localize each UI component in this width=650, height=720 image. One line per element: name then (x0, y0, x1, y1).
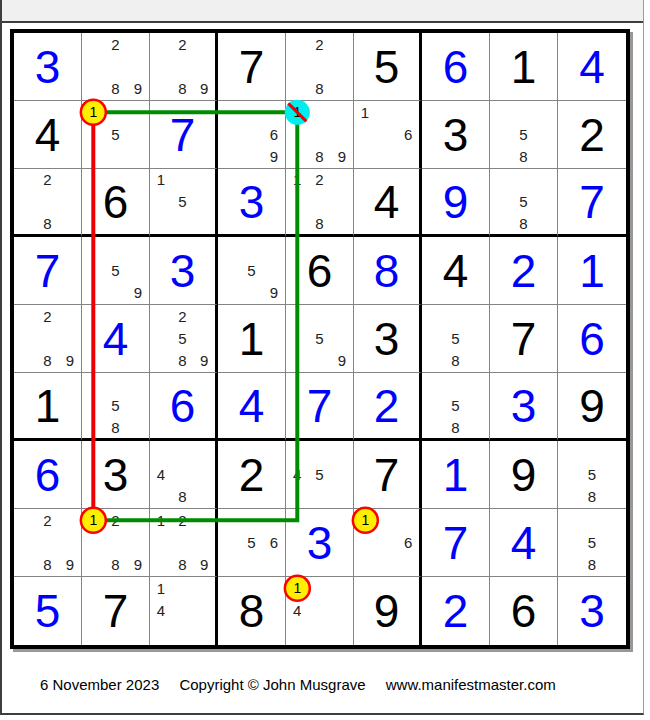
pencil-marks: 14 (286, 577, 353, 645)
footer-copyright: Copyright © John Musgrave (179, 676, 365, 693)
candidate-8: 8 (36, 554, 58, 576)
pencil-marks: 1289 (82, 509, 149, 576)
pencil-marks: 289 (14, 305, 81, 372)
cell-r5c6[interactable]: 3 (354, 305, 422, 373)
cell-r5c7[interactable]: 58 (422, 305, 490, 373)
cell-r9c9[interactable]: 3 (558, 577, 626, 645)
candidate-1: 1 (286, 577, 308, 600)
pencil-marks: 58 (558, 509, 626, 576)
cell-r2c6[interactable]: 16 (354, 101, 422, 169)
candidate-8: 8 (172, 350, 194, 372)
candidate-6: 6 (397, 123, 419, 145)
solved-digit: 9 (443, 179, 469, 225)
cell-r6c9[interactable]: 9 (558, 373, 626, 441)
cell-r2c1[interactable]: 4 (14, 101, 82, 169)
solved-digit: 8 (374, 248, 400, 294)
candidate-4: 4 (286, 600, 308, 623)
pencil-marks: 1289 (150, 509, 215, 576)
candidate-5: 5 (240, 259, 262, 281)
cell-r7c3[interactable]: 48 (150, 441, 218, 509)
candidate-1: 1 (82, 509, 104, 531)
candidate-5: 5 (444, 327, 466, 349)
candidate-6: 6 (263, 531, 285, 553)
candidate-8: 8 (308, 212, 330, 234)
cell-r8c4[interactable]: 56 (218, 509, 286, 577)
cell-r4c4[interactable]: 59 (218, 237, 286, 305)
candidate-4: 4 (286, 463, 308, 485)
pencil-marks: 58 (558, 441, 626, 508)
candidate-6: 6 (263, 123, 285, 145)
candidate-8: 8 (172, 486, 194, 508)
candidate-9: 9 (59, 554, 81, 576)
solved-digit: 3 (170, 248, 196, 294)
pencil-marks: 56 (218, 509, 285, 576)
solved-digit: 3 (35, 44, 61, 90)
solved-digit: 6 (35, 452, 61, 498)
candidate-2: 2 (308, 33, 330, 55)
cell-r3c3[interactable]: 15 (150, 169, 218, 237)
cell-r6c8[interactable]: 3 (490, 373, 558, 441)
given-digit: 6 (511, 588, 537, 634)
candidate-5: 5 (512, 123, 534, 145)
cell-r6c2[interactable]: 58 (82, 373, 150, 441)
pencil-marks: 289 (14, 509, 81, 576)
cell-r3c8[interactable]: 58 (490, 169, 558, 237)
cell-r8c2[interactable]: 1289 (82, 509, 150, 577)
candidate-2: 2 (36, 305, 58, 327)
candidate-5: 5 (581, 463, 604, 485)
given-digit: 9 (511, 452, 537, 498)
cell-r8c5[interactable]: 3 (286, 509, 354, 577)
solved-digit: 7 (579, 179, 605, 225)
solved-digit: 4 (511, 520, 537, 566)
cell-r1c1[interactable]: 3 (14, 33, 82, 101)
candidate-2: 2 (172, 33, 194, 55)
cell-r7c6[interactable]: 7 (354, 441, 422, 509)
given-digit: 1 (35, 383, 61, 429)
cell-r7c1[interactable]: 6 (14, 441, 82, 509)
given-digit: 7 (511, 316, 537, 362)
solved-digit: 1 (443, 452, 469, 498)
pencil-marks: 45 (286, 441, 353, 508)
cell-r5c8[interactable]: 7 (490, 305, 558, 373)
given-digit: 2 (579, 112, 605, 158)
solved-digit: 3 (239, 179, 265, 225)
pencil-marks: 59 (218, 237, 285, 304)
given-digit: 8 (239, 588, 265, 634)
candidate-4: 4 (150, 600, 172, 623)
candidate-5: 5 (172, 191, 194, 213)
candidate-5: 5 (104, 395, 126, 417)
cell-r1c4[interactable]: 7 (218, 33, 286, 101)
candidate-1: 1 (150, 509, 172, 531)
cell-r4c3[interactable]: 3 (150, 237, 218, 305)
cell-r8c3[interactable]: 1289 (150, 509, 218, 577)
cell-r3c1[interactable]: 28 (14, 169, 82, 237)
candidate-2: 2 (36, 169, 58, 191)
candidate-5: 5 (308, 463, 330, 485)
candidate-1: 1 (150, 169, 172, 191)
solved-digit: 2 (443, 588, 469, 634)
cell-r6c3[interactable]: 6 (150, 373, 218, 441)
candidate-1: 1 (286, 101, 308, 123)
solved-digit: 3 (511, 383, 537, 429)
candidate-9: 9 (127, 554, 149, 576)
given-digit: 6 (103, 179, 129, 225)
candidate-9: 9 (193, 554, 215, 576)
given-digit: 9 (579, 383, 605, 429)
footer-date: 6 November 2023 (40, 676, 159, 693)
candidate-8: 8 (36, 212, 58, 234)
cell-r5c9[interactable]: 6 (558, 305, 626, 373)
solved-digit: 5 (35, 588, 61, 634)
pencil-marks: 2589 (150, 305, 215, 372)
given-digit: 9 (374, 588, 400, 634)
candidate-2: 2 (36, 509, 58, 531)
cell-r3c4[interactable]: 3 (218, 169, 286, 237)
cell-r6c4[interactable]: 4 (218, 373, 286, 441)
candidate-2: 2 (104, 509, 126, 531)
candidate-9: 9 (331, 146, 353, 168)
candidate-2: 2 (172, 509, 194, 531)
given-digit: 5 (374, 44, 400, 90)
candidate-5: 5 (240, 531, 262, 553)
cell-r7c5[interactable]: 45 (286, 441, 354, 509)
cell-r3c9[interactable]: 7 (558, 169, 626, 237)
cell-r4c7[interactable]: 4 (422, 237, 490, 305)
solved-digit: 4 (103, 316, 129, 362)
pencil-marks: 28 (14, 169, 81, 234)
cell-r9c3[interactable]: 14 (150, 577, 218, 645)
cell-r8c9[interactable]: 58 (558, 509, 626, 577)
candidate-9: 9 (59, 350, 81, 372)
pencil-marks: 69 (218, 101, 285, 168)
cell-r3c6[interactable]: 4 (354, 169, 422, 237)
cell-r4c1[interactable]: 7 (14, 237, 82, 305)
candidate-2: 2 (104, 33, 126, 55)
given-digit: 2 (239, 452, 265, 498)
candidate-8: 8 (172, 554, 194, 576)
given-digit: 4 (374, 179, 400, 225)
pencil-marks: 58 (490, 101, 557, 168)
pencil-marks: 15 (82, 101, 149, 168)
solved-digit: 2 (511, 248, 537, 294)
pencil-marks: 16 (354, 509, 419, 576)
candidate-1: 1 (354, 509, 376, 531)
candidate-9: 9 (263, 282, 285, 304)
cell-r2c9[interactable]: 2 (558, 101, 626, 169)
pencil-marks: 58 (422, 373, 489, 438)
pencil-marks: 289 (82, 33, 149, 100)
cell-r2c4[interactable]: 69 (218, 101, 286, 169)
cell-r4c6[interactable]: 8 (354, 237, 422, 305)
pencil-marks: 58 (82, 373, 149, 438)
solved-digit: 4 (239, 383, 265, 429)
pencil-marks: 48 (150, 441, 215, 508)
given-digit: 1 (239, 316, 265, 362)
cell-r9c6[interactable]: 9 (354, 577, 422, 645)
pencil-marks: 59 (286, 305, 353, 372)
pencil-marks: 128 (286, 169, 353, 234)
given-digit: 3 (374, 316, 400, 362)
cell-r2c3[interactable]: 7 (150, 101, 218, 169)
pencil-marks: 28 (286, 33, 353, 100)
cell-r1c2[interactable]: 289 (82, 33, 150, 101)
cell-r9c8[interactable]: 6 (490, 577, 558, 645)
given-digit: 7 (239, 44, 265, 90)
cell-r7c4[interactable]: 2 (218, 441, 286, 509)
candidate-8: 8 (444, 350, 466, 372)
solved-digit: 7 (307, 383, 333, 429)
pencil-marks: 189 (286, 101, 353, 168)
candidate-8: 8 (512, 212, 534, 234)
candidate-9: 9 (127, 78, 149, 100)
cell-r5c4[interactable]: 1 (218, 305, 286, 373)
pencil-marks: 289 (150, 33, 215, 100)
cell-r3c5[interactable]: 128 (286, 169, 354, 237)
pencil-marks: 58 (490, 169, 557, 234)
footer-website: www.manifestmaster.com (386, 676, 556, 693)
candidate-8: 8 (104, 416, 126, 438)
cell-r5c2[interactable]: 4 (82, 305, 150, 373)
candidate-5: 5 (308, 327, 330, 349)
sudoku-board: 3289289728561441576918916358228615312849… (10, 29, 630, 649)
given-digit: 6 (307, 248, 333, 294)
given-digit: 4 (443, 248, 469, 294)
given-digit: 3 (443, 112, 469, 158)
cell-r9c4[interactable]: 8 (218, 577, 286, 645)
candidate-9: 9 (331, 350, 353, 372)
cell-r8c1[interactable]: 289 (14, 509, 82, 577)
candidate-8: 8 (308, 78, 330, 100)
candidate-5: 5 (512, 191, 534, 213)
cell-r4c8[interactable]: 2 (490, 237, 558, 305)
candidate-1: 1 (82, 101, 104, 123)
cell-r9c1[interactable]: 5 (14, 577, 82, 645)
candidate-1: 1 (286, 169, 308, 191)
candidate-2: 2 (308, 169, 330, 191)
candidate-5: 5 (104, 123, 126, 145)
cell-r1c8[interactable]: 1 (490, 33, 558, 101)
candidate-8: 8 (444, 416, 466, 438)
cell-r1c7[interactable]: 6 (422, 33, 490, 101)
cell-r5c1[interactable]: 289 (14, 305, 82, 373)
pencil-marks: 16 (354, 101, 419, 168)
cell-r1c5[interactable]: 28 (286, 33, 354, 101)
cell-r4c5[interactable]: 6 (286, 237, 354, 305)
footer: 6 November 2023 Copyright © John Musgrav… (40, 676, 572, 693)
solved-digit: 7 (443, 520, 469, 566)
candidate-4: 4 (150, 463, 172, 485)
candidate-9: 9 (193, 350, 215, 372)
solved-digit: 3 (307, 520, 333, 566)
cell-r1c6[interactable]: 5 (354, 33, 422, 101)
candidate-8: 8 (581, 554, 604, 576)
cell-r5c5[interactable]: 59 (286, 305, 354, 373)
solved-digit: 6 (443, 44, 469, 90)
given-digit: 4 (35, 112, 61, 158)
cell-r6c1[interactable]: 1 (14, 373, 82, 441)
cell-r2c8[interactable]: 58 (490, 101, 558, 169)
cell-r7c2[interactable]: 3 (82, 441, 150, 509)
candidate-8: 8 (172, 78, 194, 100)
cell-r4c9[interactable]: 1 (558, 237, 626, 305)
cell-r7c7[interactable]: 1 (422, 441, 490, 509)
given-digit: 7 (103, 588, 129, 634)
cell-r2c7[interactable]: 3 (422, 101, 490, 169)
candidate-8: 8 (512, 146, 534, 168)
solved-digit: 6 (579, 316, 605, 362)
candidate-5: 5 (172, 327, 194, 349)
cell-r9c5[interactable]: 14 (286, 577, 354, 645)
candidate-8: 8 (104, 554, 126, 576)
cell-r7c9[interactable]: 58 (558, 441, 626, 509)
candidate-2: 2 (172, 305, 194, 327)
cell-r6c6[interactable]: 2 (354, 373, 422, 441)
candidate-5: 5 (444, 395, 466, 417)
cell-r1c3[interactable]: 289 (150, 33, 218, 101)
cell-r8c7[interactable]: 7 (422, 509, 490, 577)
cell-r9c7[interactable]: 2 (422, 577, 490, 645)
pencil-marks: 15 (150, 169, 215, 234)
candidate-6: 6 (397, 531, 419, 553)
solved-digit: 4 (579, 44, 605, 90)
solved-digit: 7 (35, 248, 61, 294)
cell-r6c7[interactable]: 58 (422, 373, 490, 441)
solved-digit: 6 (170, 383, 196, 429)
candidate-8: 8 (36, 350, 58, 372)
candidate-8: 8 (104, 78, 126, 100)
given-digit: 7 (374, 452, 400, 498)
candidate-5: 5 (581, 531, 604, 553)
cell-r2c5[interactable]: 189 (286, 101, 354, 169)
solved-digit: 3 (579, 588, 605, 634)
top-divider (0, 0, 644, 23)
pencil-marks: 59 (82, 237, 149, 304)
candidate-9: 9 (193, 78, 215, 100)
cell-r9c2[interactable]: 7 (82, 577, 150, 645)
given-digit: 1 (511, 44, 537, 90)
candidate-8: 8 (308, 146, 330, 168)
cell-r4c2[interactable]: 59 (82, 237, 150, 305)
cell-r3c2[interactable]: 6 (82, 169, 150, 237)
candidate-9: 9 (263, 146, 285, 168)
pencil-marks: 58 (422, 305, 489, 372)
cell-r3c7[interactable]: 9 (422, 169, 490, 237)
cell-r8c6[interactable]: 16 (354, 509, 422, 577)
solved-digit: 7 (170, 112, 196, 158)
candidate-9: 9 (127, 282, 149, 304)
candidate-8: 8 (581, 486, 604, 508)
cell-r2c2[interactable]: 15 (82, 101, 150, 169)
solved-digit: 2 (374, 383, 400, 429)
solved-digit: 1 (579, 248, 605, 294)
cell-r6c5[interactable]: 7 (286, 373, 354, 441)
candidate-1: 1 (150, 577, 172, 600)
cell-r8c8[interactable]: 4 (490, 509, 558, 577)
candidate-5: 5 (104, 259, 126, 281)
cell-r1c9[interactable]: 4 (558, 33, 626, 101)
cell-r7c8[interactable]: 9 (490, 441, 558, 509)
pencil-marks: 14 (150, 577, 215, 645)
candidate-1: 1 (354, 101, 376, 123)
given-digit: 3 (103, 452, 129, 498)
cell-r5c3[interactable]: 2589 (150, 305, 218, 373)
